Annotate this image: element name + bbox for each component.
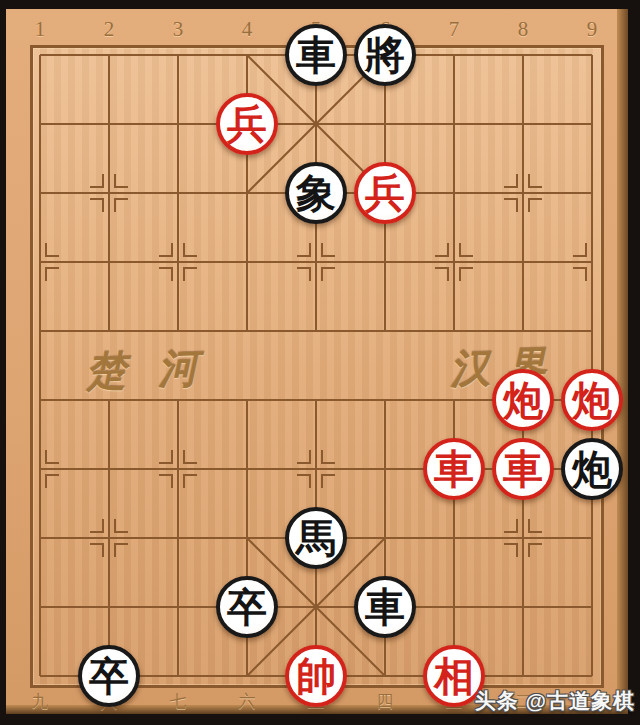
piece-character: 馬 [296,511,336,565]
river-label-chu-he: 楚河 [85,340,231,400]
piece-character: 炮 [503,373,543,427]
piece-black-車[interactable]: 車 [285,24,347,86]
piece-character: 帥 [296,649,336,703]
file-label-bottom: 四 [365,690,405,713]
piece-black-炮[interactable]: 炮 [561,438,623,500]
file-label-top: 4 [227,17,267,42]
piece-black-馬[interactable]: 馬 [285,507,347,569]
file-label-bottom: 七 [158,690,198,713]
piece-black-卒[interactable]: 卒 [78,645,140,707]
file-label-top: 3 [158,17,198,42]
piece-black-車[interactable]: 車 [354,576,416,638]
piece-character: 將 [365,28,405,82]
file-label-top: 7 [434,17,474,42]
piece-character: 車 [503,442,543,496]
piece-red-炮[interactable]: 炮 [492,369,554,431]
xiangqi-screenshot: 楚河 汉界 123456789 九八七六五四三二一 車將兵象兵炮炮車車炮馬卒車卒… [0,0,640,725]
piece-character: 車 [296,28,336,82]
file-label-top: 8 [503,17,543,42]
piece-black-象[interactable]: 象 [285,162,347,224]
piece-black-卒[interactable]: 卒 [216,576,278,638]
piece-red-兵[interactable]: 兵 [354,162,416,224]
piece-character: 卒 [89,649,129,703]
watermark: 头条 @古道象棋 [475,687,635,715]
file-label-top: 2 [89,17,129,42]
piece-red-帥[interactable]: 帥 [285,645,347,707]
piece-black-將[interactable]: 將 [354,24,416,86]
piece-character: 車 [434,442,474,496]
piece-red-車[interactable]: 車 [423,438,485,500]
piece-red-兵[interactable]: 兵 [216,93,278,155]
file-label-top: 1 [20,17,60,42]
piece-red-車[interactable]: 車 [492,438,554,500]
piece-character: 炮 [572,442,612,496]
piece-character: 象 [296,166,336,220]
piece-character: 卒 [227,580,267,634]
file-label-bottom: 九 [20,690,60,713]
file-label-top: 9 [572,17,612,42]
piece-character: 車 [365,580,405,634]
board-edge-right [617,9,628,714]
piece-red-炮[interactable]: 炮 [561,369,623,431]
piece-character: 相 [434,649,474,703]
piece-character: 兵 [365,166,405,220]
piece-character: 炮 [572,373,612,427]
file-label-bottom: 六 [227,690,267,713]
piece-character: 兵 [227,97,267,151]
